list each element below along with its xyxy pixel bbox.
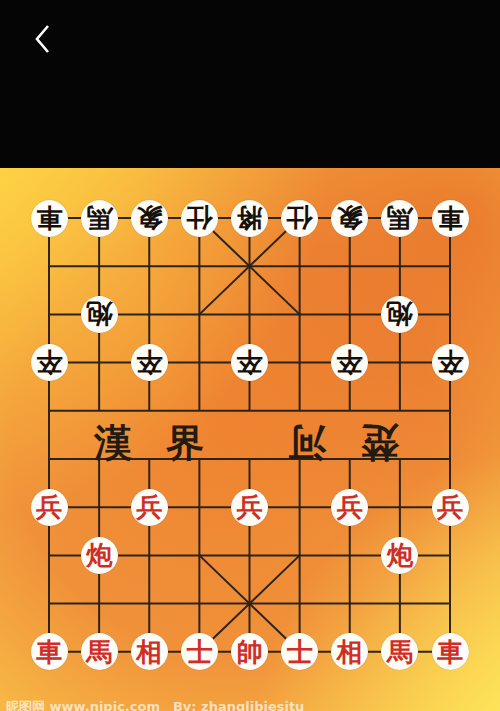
back-button[interactable] [24,18,60,60]
piece-black-仕-c6r1[interactable]: 仕 [281,200,318,237]
chevron-left-icon [33,23,51,55]
piece-red-兵-c1r7[interactable]: 兵 [31,489,68,526]
piece-black-馬-c2r1[interactable]: 馬 [81,200,118,237]
piece-red-相-c3r10[interactable]: 相 [131,633,168,670]
piece-black-將-c5r1[interactable]: 將 [231,200,268,237]
piece-red-馬-c8r10[interactable]: 馬 [381,633,418,670]
piece-black-炮-c2r3[interactable]: 炮 [81,296,118,333]
header-bar [0,0,500,168]
piece-black-馬-c8r1[interactable]: 馬 [381,200,418,237]
piece-red-兵-c5r7[interactable]: 兵 [231,489,268,526]
piece-black-仕-c4r1[interactable]: 仕 [181,200,218,237]
river-label-han-jie: 漢界 [94,422,238,464]
piece-black-象-c3r1[interactable]: 象 [131,200,168,237]
piece-black-卒-c1r4[interactable]: 卒 [31,344,68,381]
piece-black-卒-c3r4[interactable]: 卒 [131,344,168,381]
piece-red-相-c7r10[interactable]: 相 [331,633,368,670]
phone-screen: 漢界 楚河 車馬象仕將仕象馬車炮炮卒卒卒卒卒兵兵兵兵兵炮炮車馬相士帥士相馬車 昵… [0,0,500,711]
piece-black-卒-c5r4[interactable]: 卒 [231,344,268,381]
piece-red-兵-c7r7[interactable]: 兵 [331,489,368,526]
piece-red-兵-c9r7[interactable]: 兵 [432,489,469,526]
piece-black-象-c7r1[interactable]: 象 [331,200,368,237]
piece-black-車-c9r1[interactable]: 車 [432,200,469,237]
piece-black-炮-c8r3[interactable]: 炮 [381,296,418,333]
piece-red-兵-c3r7[interactable]: 兵 [131,489,168,526]
board-grid-lines [0,168,500,711]
piece-red-車-c1r10[interactable]: 車 [31,633,68,670]
piece-red-炮-c8r8[interactable]: 炮 [381,537,418,574]
watermark-text: 昵图网 www.nipic.com By: zhanglibjesitu [6,699,500,711]
piece-red-士-c4r10[interactable]: 士 [181,633,218,670]
piece-red-帥-c5r10[interactable]: 帥 [231,633,268,670]
piece-black-卒-c9r4[interactable]: 卒 [432,344,469,381]
piece-red-馬-c2r10[interactable]: 馬 [81,633,118,670]
piece-red-炮-c2r8[interactable]: 炮 [81,537,118,574]
piece-red-士-c6r10[interactable]: 士 [281,633,318,670]
river-label-chu-he: 楚河 [253,422,399,464]
xiangqi-board: 漢界 楚河 車馬象仕將仕象馬車炮炮卒卒卒卒卒兵兵兵兵兵炮炮車馬相士帥士相馬車 [0,168,500,711]
piece-red-車-c9r10[interactable]: 車 [432,633,469,670]
piece-black-車-c1r1[interactable]: 車 [31,200,68,237]
